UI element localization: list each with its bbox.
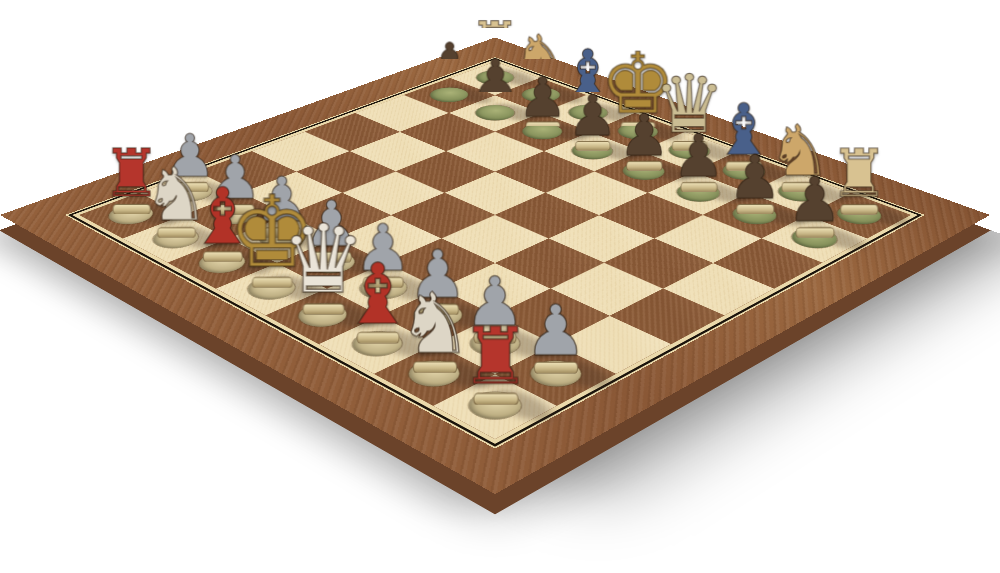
piece-pedestal: [533, 361, 577, 374]
piece-pedestal: [574, 141, 610, 151]
white-pawn-glyph-icon: ♟: [672, 128, 725, 184]
piece-figure: ♟: [777, 85, 852, 239]
piece-pedestal: [626, 161, 662, 172]
piece-figure: ♜: [451, 226, 539, 405]
piece-pedestal: [478, 103, 512, 113]
board-field: ♜♞♝♚♛♝♞♜♟♟♟♟♟♟♟♟♟♟♟♟♟♟♟♟♜♞♝♚♛♝♞♜: [79, 61, 911, 439]
white-pawn-glyph-icon: ♟: [787, 171, 842, 229]
chess-board: ♜♞♝♚♛♝♞♜♟♟♟♟♟♟♟♟♟♟♟♟♟♟♟♟♜♞♝♚♛♝♞♜: [0, 38, 990, 495]
piece-pedestal: [525, 122, 560, 132]
chess-set-product-photo: ♜♞♝♚♛♝♞♜♟♟♟♟♟♟♟♟♟♟♟♟♟♟♟♟♜♞♝♚♛♝♞♜: [0, 0, 1000, 573]
piece-pedestal: [795, 227, 834, 238]
piece-pedestal: [736, 204, 774, 215]
black-rook-glyph-icon: ♜: [460, 320, 531, 395]
piece-pedestal: [412, 361, 456, 374]
white-pawn-glyph-icon: ♟: [728, 149, 782, 206]
piece-pedestal: [472, 393, 517, 406]
piece-pedestal: [680, 182, 717, 193]
piece-pedestal: [433, 85, 466, 95]
